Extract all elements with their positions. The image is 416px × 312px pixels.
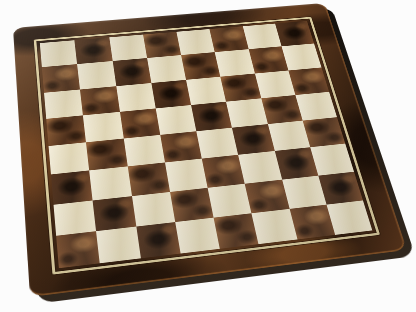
square-c8[interactable] — [109, 35, 147, 62]
square-e3[interactable] — [202, 155, 245, 188]
square-c1[interactable] — [136, 222, 181, 258]
square-d6[interactable] — [151, 80, 191, 109]
square-d1[interactable] — [175, 217, 220, 253]
board-frame — [13, 3, 407, 297]
chess-board — [13, 3, 407, 297]
square-a7[interactable] — [42, 64, 80, 92]
square-d2[interactable] — [170, 187, 214, 221]
square-d7[interactable] — [147, 55, 186, 83]
square-a2[interactable] — [53, 200, 96, 235]
square-b7[interactable] — [77, 61, 116, 89]
square-c2[interactable] — [132, 192, 175, 227]
square-c4[interactable] — [123, 135, 164, 167]
board-photo — [0, 0, 416, 312]
square-b1[interactable] — [96, 226, 140, 263]
square-e4[interactable] — [196, 128, 238, 159]
square-h7[interactable] — [281, 44, 321, 71]
square-e6[interactable] — [186, 76, 226, 104]
square-d4[interactable] — [160, 131, 202, 162]
square-b8[interactable] — [75, 37, 113, 64]
square-e2[interactable] — [208, 183, 252, 217]
square-c6[interactable] — [116, 83, 156, 112]
square-a5[interactable] — [46, 115, 86, 146]
square-b6[interactable] — [80, 86, 119, 115]
square-d8[interactable] — [143, 32, 181, 58]
square-d3[interactable] — [165, 159, 208, 192]
square-a4[interactable] — [49, 142, 90, 174]
square-a1[interactable] — [56, 231, 100, 268]
square-c5[interactable] — [120, 108, 161, 138]
square-a6[interactable] — [44, 89, 83, 119]
square-e8[interactable] — [176, 29, 214, 55]
square-c7[interactable] — [112, 58, 151, 86]
square-a8[interactable] — [40, 40, 77, 67]
square-h8[interactable] — [275, 21, 314, 47]
square-h6[interactable] — [288, 67, 329, 95]
square-e5[interactable] — [191, 102, 232, 132]
square-a3[interactable] — [51, 171, 93, 205]
square-b3[interactable] — [89, 167, 131, 201]
square-b5[interactable] — [83, 112, 123, 143]
square-c3[interactable] — [127, 163, 169, 196]
square-b2[interactable] — [93, 196, 136, 231]
square-b4[interactable] — [86, 139, 127, 171]
square-e7[interactable] — [181, 52, 220, 79]
square-d5[interactable] — [155, 105, 196, 135]
